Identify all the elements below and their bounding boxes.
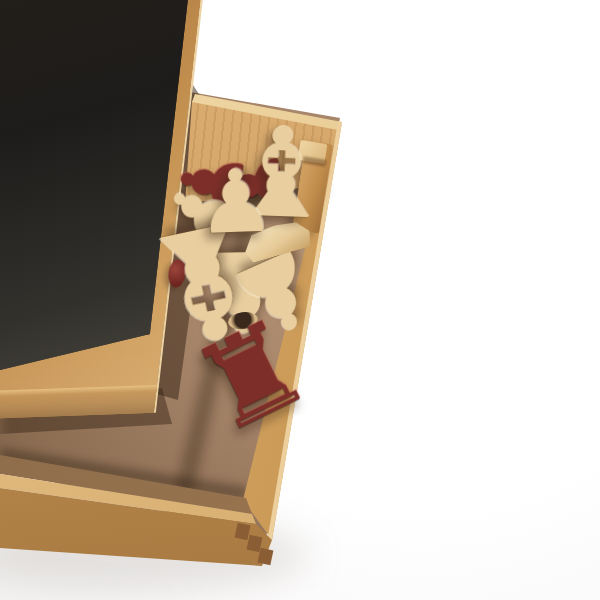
cream-pawn-standing: ♟ bbox=[196, 157, 277, 247]
chess-set-photo: ♟♟♟♟♝♝♟♟♜ bbox=[0, 0, 600, 600]
